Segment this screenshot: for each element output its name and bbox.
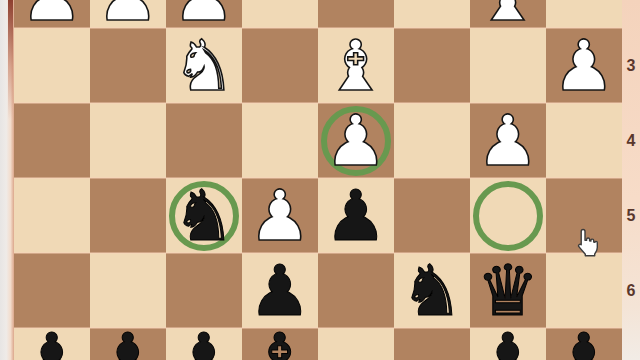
square-g5[interactable] bbox=[90, 178, 166, 253]
square-a3[interactable]: ♟ bbox=[546, 28, 622, 103]
square-f4[interactable] bbox=[166, 103, 242, 178]
piece-white-pawn-b4[interactable]: ♟ bbox=[470, 103, 546, 178]
board-grid: ♟♟♟♝♞♝♟♟♟♞♟♟♟♞♛♟♟♟♝♟♟ bbox=[14, 0, 622, 360]
piece-black-pawn-a7[interactable]: ♟ bbox=[546, 321, 622, 360]
square-h5[interactable] bbox=[14, 178, 90, 253]
square-f5[interactable]: ♞ bbox=[166, 178, 242, 253]
square-c7[interactable] bbox=[394, 328, 470, 360]
rank-label-strip: 3456 bbox=[622, 0, 640, 360]
piece-black-pawn-g7[interactable]: ♟ bbox=[90, 321, 166, 360]
square-e6[interactable]: ♟ bbox=[242, 253, 318, 328]
mouse-hand-pointer-icon bbox=[573, 227, 598, 262]
chess-board[interactable]: ♟♟♟♝♞♝♟♟♟♞♟♟♟♞♛♟♟♟♝♟♟ bbox=[14, 0, 622, 360]
window-edge-accent bbox=[8, 0, 13, 120]
piece-black-pawn-e6[interactable]: ♟ bbox=[242, 253, 318, 328]
square-c6[interactable]: ♞ bbox=[394, 253, 470, 328]
square-b6[interactable]: ♛ bbox=[470, 253, 546, 328]
square-h4[interactable] bbox=[14, 103, 90, 178]
square-c2[interactable] bbox=[394, 0, 470, 28]
piece-black-pawn-d5[interactable]: ♟ bbox=[318, 178, 394, 253]
square-h7[interactable]: ♟ bbox=[14, 328, 90, 360]
square-f7[interactable]: ♟ bbox=[166, 328, 242, 360]
square-e4[interactable] bbox=[242, 103, 318, 178]
annotation-circle-b5 bbox=[473, 181, 543, 251]
square-e2[interactable] bbox=[242, 0, 318, 28]
piece-white-bishop-b2[interactable]: ♝ bbox=[470, 0, 546, 33]
rank-label-6: 6 bbox=[622, 253, 640, 328]
square-b3[interactable] bbox=[470, 28, 546, 103]
square-g7[interactable]: ♟ bbox=[90, 328, 166, 360]
square-f6[interactable] bbox=[166, 253, 242, 328]
piece-black-pawn-f7[interactable]: ♟ bbox=[166, 321, 242, 360]
square-h6[interactable] bbox=[14, 253, 90, 328]
square-h2[interactable]: ♟ bbox=[14, 0, 90, 28]
piece-white-pawn-g2[interactable]: ♟ bbox=[90, 0, 166, 33]
square-e5[interactable]: ♟ bbox=[242, 178, 318, 253]
piece-black-pawn-h7[interactable]: ♟ bbox=[14, 321, 90, 360]
square-f3[interactable]: ♞ bbox=[166, 28, 242, 103]
piece-black-knight-f5[interactable]: ♞ bbox=[166, 178, 242, 253]
rank-label-4: 4 bbox=[622, 103, 640, 178]
square-g4[interactable] bbox=[90, 103, 166, 178]
square-a2[interactable] bbox=[546, 0, 622, 28]
square-f2[interactable]: ♟ bbox=[166, 0, 242, 28]
piece-white-pawn-d4[interactable]: ♟ bbox=[318, 103, 394, 178]
square-a7[interactable]: ♟ bbox=[546, 328, 622, 360]
square-b7[interactable]: ♟ bbox=[470, 328, 546, 360]
square-c4[interactable] bbox=[394, 103, 470, 178]
square-d4[interactable]: ♟ bbox=[318, 103, 394, 178]
piece-black-queen-b6[interactable]: ♛ bbox=[470, 253, 546, 328]
square-d2[interactable] bbox=[318, 0, 394, 28]
piece-white-bishop-d3[interactable]: ♝ bbox=[318, 28, 394, 103]
square-c3[interactable] bbox=[394, 28, 470, 103]
square-b5[interactable] bbox=[470, 178, 546, 253]
square-e3[interactable] bbox=[242, 28, 318, 103]
square-a6[interactable] bbox=[546, 253, 622, 328]
square-d5[interactable]: ♟ bbox=[318, 178, 394, 253]
square-d6[interactable] bbox=[318, 253, 394, 328]
square-g6[interactable] bbox=[90, 253, 166, 328]
square-d7[interactable] bbox=[318, 328, 394, 360]
piece-white-pawn-e5[interactable]: ♟ bbox=[242, 178, 318, 253]
piece-white-pawn-a3[interactable]: ♟ bbox=[546, 28, 622, 103]
square-e7[interactable]: ♝ bbox=[242, 328, 318, 360]
piece-white-knight-f3[interactable]: ♞ bbox=[166, 28, 242, 103]
square-h3[interactable] bbox=[14, 28, 90, 103]
square-c5[interactable] bbox=[394, 178, 470, 253]
square-g2[interactable]: ♟ bbox=[90, 0, 166, 28]
square-g3[interactable] bbox=[90, 28, 166, 103]
square-b4[interactable]: ♟ bbox=[470, 103, 546, 178]
video-frame: ♟♟♟♝♞♝♟♟♟♞♟♟♟♞♛♟♟♟♝♟♟ 3456 bbox=[0, 0, 640, 360]
piece-black-bishop-e7[interactable]: ♝ bbox=[242, 321, 318, 360]
square-b2[interactable]: ♝ bbox=[470, 0, 546, 28]
piece-black-knight-c6[interactable]: ♞ bbox=[394, 253, 470, 328]
square-a4[interactable] bbox=[546, 103, 622, 178]
rank-label-3: 3 bbox=[622, 28, 640, 103]
piece-black-pawn-b7[interactable]: ♟ bbox=[470, 321, 546, 360]
rank-label-5: 5 bbox=[622, 178, 640, 253]
piece-white-pawn-h2[interactable]: ♟ bbox=[14, 0, 90, 33]
window-left-edge bbox=[0, 0, 14, 360]
square-d3[interactable]: ♝ bbox=[318, 28, 394, 103]
